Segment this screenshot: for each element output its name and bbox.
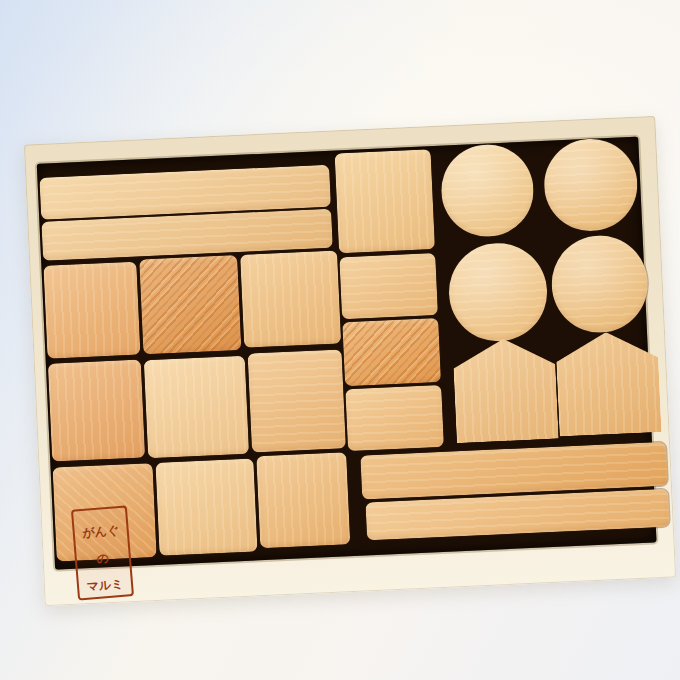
rect-middle-2 — [339, 253, 438, 319]
square-r1c3 — [240, 250, 341, 347]
square-r2c1 — [48, 359, 145, 461]
stamp-line-1: がんぐ — [82, 523, 120, 540]
stamp-line-2: の — [96, 551, 109, 566]
stamp-line-3: マルミ — [86, 577, 124, 594]
rect-tall-middle — [335, 149, 435, 253]
cardboard-box: がんぐ の マルミ — [24, 116, 676, 606]
square-r3c2 — [155, 458, 257, 555]
square-r1c2-diagonal — [139, 255, 241, 354]
photo-background: がんぐ の マルミ — [0, 0, 680, 680]
cylinder-3 — [447, 241, 549, 343]
blocks-layer — [37, 137, 657, 570]
cylinder-4 — [550, 233, 650, 334]
square-r2c3 — [248, 349, 346, 452]
square-r3c3 — [256, 452, 350, 548]
rect-middle-3-diagonal — [342, 318, 441, 386]
cylinder-2 — [542, 137, 639, 233]
gable-prism-1 — [452, 337, 559, 444]
gable-prism-2 — [555, 330, 662, 437]
maker-stamp: がんぐ の マルミ — [71, 505, 134, 600]
box-interior: がんぐ の マルミ — [37, 137, 657, 570]
rect-middle-4 — [345, 385, 444, 451]
square-r2c2 — [144, 356, 249, 458]
cylinder-1 — [439, 143, 535, 239]
square-r1c1 — [43, 262, 140, 359]
